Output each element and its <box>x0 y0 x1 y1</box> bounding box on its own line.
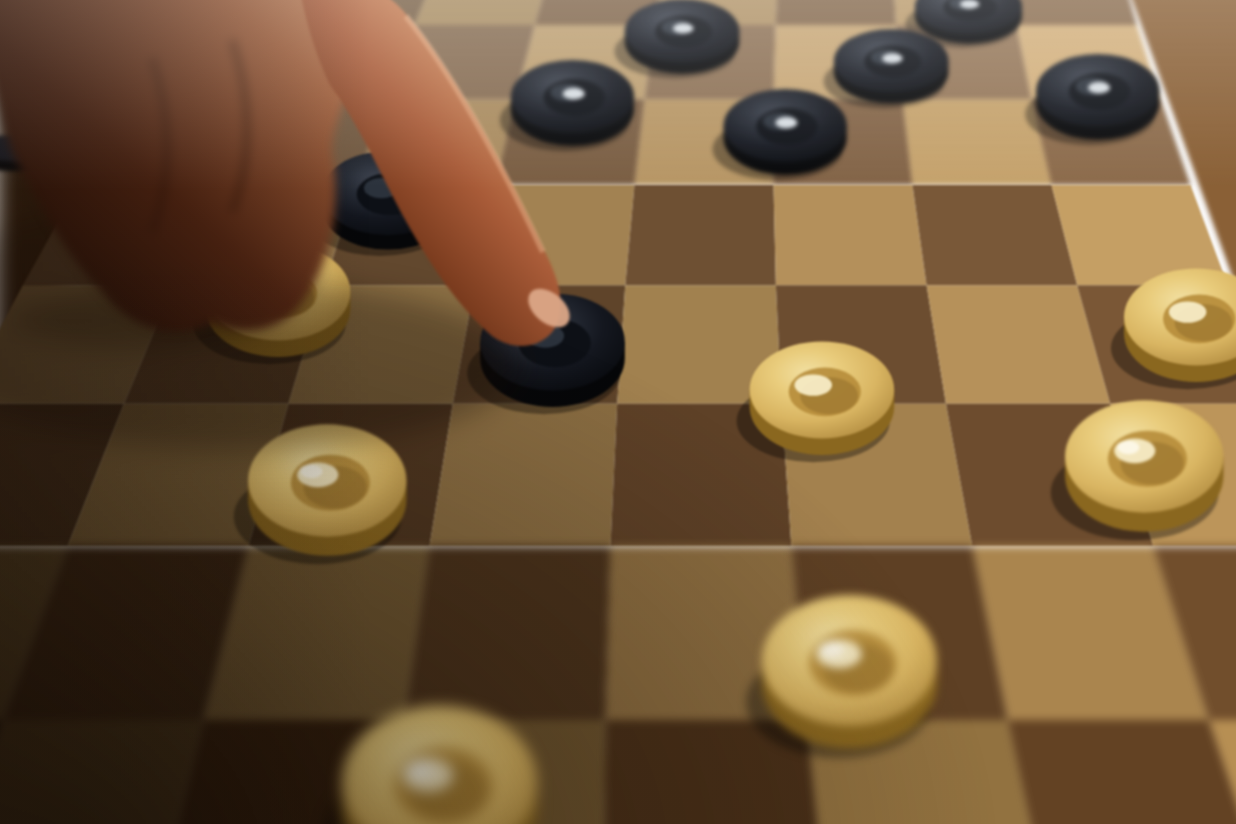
bottom-left-vignette <box>0 0 1236 824</box>
photo-stage <box>0 0 1236 824</box>
checkers-photo-scene <box>0 0 1236 824</box>
